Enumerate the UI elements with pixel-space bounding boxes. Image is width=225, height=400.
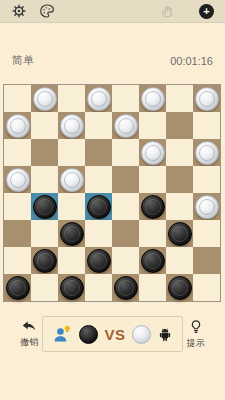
board-cell-r6c3[interactable] [85,247,112,274]
players-vs-box: VS [42,316,182,352]
black-piece[interactable] [141,195,165,219]
board-cell-r3c4[interactable] [112,166,139,193]
new-game-button[interactable]: + [199,4,214,19]
board-cell-r6c0[interactable] [4,247,31,274]
board-cell-r6c1[interactable] [31,247,58,274]
board-cell-r1c6[interactable] [166,112,193,139]
board-cell-r2c4[interactable] [112,139,139,166]
board-cell-r6c2[interactable] [58,247,85,274]
white-piece[interactable] [6,114,30,138]
board-cell-r0c3[interactable] [85,85,112,112]
black-piece[interactable] [168,276,192,300]
board-cell-r4c3[interactable] [85,193,112,220]
board-cell-r7c6[interactable] [166,274,193,301]
top-bar: + [0,0,225,23]
board-cell-r3c1[interactable] [31,166,58,193]
board-cell-r7c7[interactable] [193,274,220,301]
board-cell-r3c0[interactable] [4,166,31,193]
board-cell-r1c0[interactable] [4,112,31,139]
board-cell-r5c2[interactable] [58,220,85,247]
board [3,84,221,302]
android-ai-icon [157,326,173,343]
board-cell-r5c0[interactable] [4,220,31,247]
board-cell-r7c3[interactable] [85,274,112,301]
vs-label: VS [104,326,125,343]
undo-arrow-icon [21,319,38,334]
hint-label: 提示 [187,337,205,350]
settings-gear-icon[interactable] [11,3,27,19]
board-cell-r3c3[interactable] [85,166,112,193]
undo-label: 撤销 [20,336,38,349]
black-player-disc [79,325,98,344]
board-cell-r6c4[interactable] [112,247,139,274]
white-piece[interactable] [195,87,219,111]
board-cell-r5c1[interactable] [31,220,58,247]
board-cell-r5c4[interactable] [112,220,139,247]
black-piece[interactable] [33,195,57,219]
palette-icon[interactable] [39,3,55,19]
board-cell-r6c5[interactable] [139,247,166,274]
white-piece[interactable] [195,195,219,219]
board-cell-r4c1[interactable] [31,193,58,220]
white-piece[interactable] [114,114,138,138]
board-cell-r4c0[interactable] [4,193,31,220]
black-piece[interactable] [33,249,57,273]
white-piece[interactable] [6,168,30,192]
board-cell-r7c4[interactable] [112,274,139,301]
human-player-icon [52,324,73,344]
white-player-disc [132,325,151,344]
board-cell-r1c2[interactable] [58,112,85,139]
white-piece[interactable] [87,87,111,111]
board-cell-r6c6[interactable] [166,247,193,274]
white-piece[interactable] [33,87,57,111]
undo-button[interactable]: 撤销 [16,319,42,349]
hint-bulb-icon [189,319,203,335]
black-piece[interactable] [141,249,165,273]
board-cell-r5c3[interactable] [85,220,112,247]
board-cell-r4c6[interactable] [166,193,193,220]
board-cell-r0c2[interactable] [58,85,85,112]
white-piece[interactable] [60,168,84,192]
board-cell-r7c0[interactable] [4,274,31,301]
board-cell-r0c5[interactable] [139,85,166,112]
white-piece[interactable] [195,141,219,165]
black-piece[interactable] [60,222,84,246]
board-cell-r5c6[interactable] [166,220,193,247]
board-cell-r2c5[interactable] [139,139,166,166]
black-piece[interactable] [114,276,138,300]
board-cell-r1c7[interactable] [193,112,220,139]
board-cell-r2c6[interactable] [166,139,193,166]
board-cell-r2c3[interactable] [85,139,112,166]
black-piece[interactable] [60,276,84,300]
board-cell-r6c7[interactable] [193,247,220,274]
board-cell-r3c6[interactable] [166,166,193,193]
board-cell-r1c5[interactable] [139,112,166,139]
board-cell-r0c4[interactable] [112,85,139,112]
board-cell-r4c4[interactable] [112,193,139,220]
black-piece[interactable] [168,222,192,246]
board-cell-r4c5[interactable] [139,193,166,220]
black-piece[interactable] [87,195,111,219]
board-cell-r5c5[interactable] [139,220,166,247]
board-cell-r2c1[interactable] [31,139,58,166]
board-cell-r2c7[interactable] [193,139,220,166]
board-cell-r2c0[interactable] [4,139,31,166]
board-cell-r0c6[interactable] [166,85,193,112]
game-timer: 00:01:16 [170,55,213,67]
board-cell-r1c1[interactable] [31,112,58,139]
difficulty-label: 简单 [12,53,34,68]
board-cell-r0c1[interactable] [31,85,58,112]
white-piece[interactable] [141,141,165,165]
board-cell-r4c2[interactable] [58,193,85,220]
bottom-toolbar: 撤销 VS [0,316,225,352]
hint-button[interactable]: 提示 [183,319,209,350]
board-cell-r7c2[interactable] [58,274,85,301]
board-cell-r7c1[interactable] [31,274,58,301]
board-cell-r2c2[interactable] [58,139,85,166]
white-piece[interactable] [60,114,84,138]
board-cell-r4c7[interactable] [193,193,220,220]
white-piece[interactable] [141,87,165,111]
hand-drag-icon[interactable] [159,3,175,19]
board-cell-r3c2[interactable] [58,166,85,193]
black-piece[interactable] [6,276,30,300]
board-cell-r3c7[interactable] [193,166,220,193]
board-cell-r3c5[interactable] [139,166,166,193]
board-cell-r0c0[interactable] [4,85,31,112]
board-cell-r5c7[interactable] [193,220,220,247]
board-cell-r1c4[interactable] [112,112,139,139]
board-cell-r0c7[interactable] [193,85,220,112]
board-cell-r1c3[interactable] [85,112,112,139]
black-piece[interactable] [87,249,111,273]
status-row: 简单 00:01:16 [0,53,225,68]
board-cell-r7c5[interactable] [139,274,166,301]
